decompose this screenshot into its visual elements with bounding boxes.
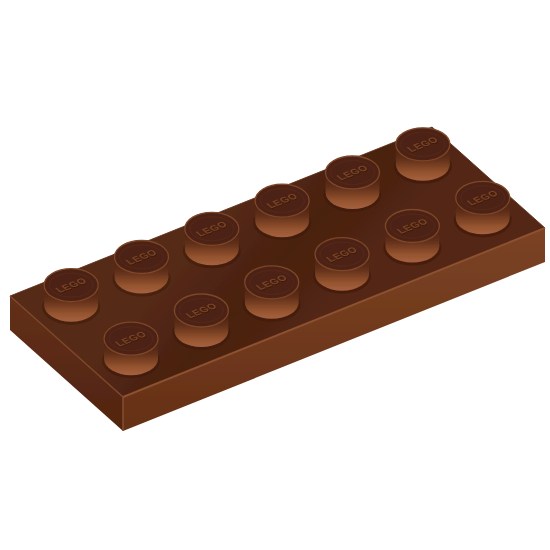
stud-r2-c5: LEGOLEGO	[383, 210, 441, 266]
stud-r1-c6: LEGOLEGO	[394, 128, 452, 184]
lego-plate: LEGOLEGOLEGOLEGOLEGOLEGOLEGOLEGOLEGOLEGO…	[10, 127, 545, 431]
stud-r2-c2: LEGOLEGO	[172, 294, 230, 350]
product-photo: LEGOLEGOLEGOLEGOLEGOLEGOLEGOLEGOLEGOLEGO…	[0, 0, 550, 550]
stud-r2-c1: LEGOLEGO	[102, 322, 160, 378]
stud-r2-c6: LEGOLEGO	[454, 181, 512, 237]
stud-r1-c1: LEGOLEGO	[42, 269, 100, 325]
stud-r1-c5: LEGOLEGO	[323, 156, 381, 212]
lego-plate-image: LEGOLEGOLEGOLEGOLEGOLEGOLEGOLEGOLEGOLEGO…	[0, 0, 550, 550]
stud-r1-c3: LEGOLEGO	[183, 212, 241, 268]
stud-r1-c4: LEGOLEGO	[253, 184, 311, 240]
stud-r1-c2: LEGOLEGO	[112, 240, 170, 296]
stud-r2-c4: LEGOLEGO	[313, 238, 371, 294]
stud-r2-c3: LEGOLEGO	[243, 266, 301, 322]
